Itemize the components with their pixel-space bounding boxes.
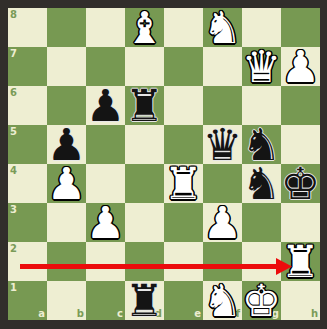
rank-label-8: 8 <box>10 10 17 20</box>
square-f3[interactable]: ♟ <box>203 203 242 242</box>
white-pawn-f3[interactable]: ♟ <box>203 203 242 242</box>
file-label-b: b <box>77 309 84 319</box>
rank-label-2: 2 <box>10 244 17 254</box>
chess-board-frame: 8♝♞7♛♟6♟♜5♟♛♞4♟♜♞♚3♟♟2♜1abcd♜ef♞g♚h <box>0 0 327 329</box>
square-a2[interactable]: 2 <box>8 242 47 281</box>
white-rook-h2[interactable]: ♜ <box>281 242 320 281</box>
rank-label-5: 5 <box>10 127 17 137</box>
square-c6[interactable]: ♟ <box>86 86 125 125</box>
square-d3[interactable] <box>125 203 164 242</box>
square-g4[interactable]: ♞ <box>242 164 281 203</box>
white-rook-e4[interactable]: ♜ <box>164 164 203 203</box>
square-b2[interactable] <box>47 242 86 281</box>
black-pawn-c6[interactable]: ♟ <box>86 86 125 125</box>
white-queen-g7[interactable]: ♛ <box>242 47 281 86</box>
square-a6[interactable]: 6 <box>8 86 47 125</box>
square-d4[interactable] <box>125 164 164 203</box>
black-king-h4[interactable]: ♚ <box>281 164 320 203</box>
square-a4[interactable]: 4 <box>8 164 47 203</box>
square-a5[interactable]: 5 <box>8 125 47 164</box>
rank-label-7: 7 <box>10 49 17 59</box>
square-e7[interactable] <box>164 47 203 86</box>
chess-board: 8♝♞7♛♟6♟♜5♟♛♞4♟♜♞♚3♟♟2♜1abcd♜ef♞g♚h <box>8 8 320 320</box>
square-b1[interactable]: b <box>47 281 86 320</box>
rank-label-1: 1 <box>10 283 17 293</box>
rank-label-3: 3 <box>10 205 17 215</box>
square-a1[interactable]: 1a <box>8 281 47 320</box>
white-pawn-c3[interactable]: ♟ <box>86 203 125 242</box>
square-e8[interactable] <box>164 8 203 47</box>
square-a3[interactable]: 3 <box>8 203 47 242</box>
square-b7[interactable] <box>47 47 86 86</box>
black-rook-d1[interactable]: ♜ <box>125 281 164 320</box>
rank-label-6: 6 <box>10 88 17 98</box>
rank-label-4: 4 <box>10 166 17 176</box>
square-c1[interactable]: c <box>86 281 125 320</box>
square-e6[interactable] <box>164 86 203 125</box>
black-knight-g4[interactable]: ♞ <box>242 164 281 203</box>
square-f8[interactable]: ♞ <box>203 8 242 47</box>
white-pawn-h7[interactable]: ♟ <box>281 47 320 86</box>
square-d6[interactable]: ♜ <box>125 86 164 125</box>
square-g7[interactable]: ♛ <box>242 47 281 86</box>
square-b8[interactable] <box>47 8 86 47</box>
file-label-e: e <box>194 309 201 319</box>
file-label-c: c <box>117 309 123 319</box>
file-label-h: h <box>311 309 318 319</box>
square-f5[interactable]: ♛ <box>203 125 242 164</box>
square-g1[interactable]: g♚ <box>242 281 281 320</box>
square-d8[interactable]: ♝ <box>125 8 164 47</box>
square-b4[interactable]: ♟ <box>47 164 86 203</box>
square-c8[interactable] <box>86 8 125 47</box>
file-label-a: a <box>38 309 45 319</box>
square-c3[interactable]: ♟ <box>86 203 125 242</box>
square-h7[interactable]: ♟ <box>281 47 320 86</box>
white-king-g1[interactable]: ♚ <box>242 281 281 320</box>
square-d1[interactable]: d♜ <box>125 281 164 320</box>
white-pawn-b4[interactable]: ♟ <box>47 164 86 203</box>
square-a7[interactable]: 7 <box>8 47 47 86</box>
square-e2[interactable] <box>164 242 203 281</box>
square-h4[interactable]: ♚ <box>281 164 320 203</box>
black-rook-d6[interactable]: ♜ <box>125 86 164 125</box>
square-h2[interactable]: ♜ <box>281 242 320 281</box>
square-e1[interactable]: e <box>164 281 203 320</box>
white-knight-f8[interactable]: ♞ <box>203 8 242 47</box>
white-bishop-d8[interactable]: ♝ <box>125 8 164 47</box>
square-a8[interactable]: 8 <box>8 8 47 47</box>
square-e4[interactable]: ♜ <box>164 164 203 203</box>
black-queen-f5[interactable]: ♛ <box>203 125 242 164</box>
white-knight-f1[interactable]: ♞ <box>203 281 242 320</box>
square-f1[interactable]: f♞ <box>203 281 242 320</box>
